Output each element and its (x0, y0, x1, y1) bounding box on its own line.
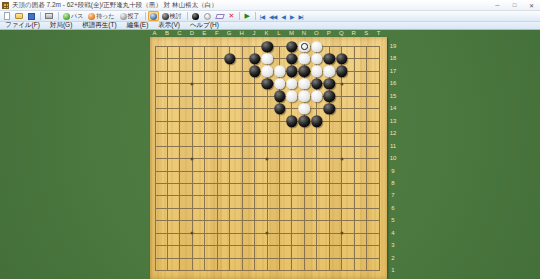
undo-move-icon (88, 13, 95, 20)
nav-back10-button[interactable]: ◀◀ (267, 11, 278, 21)
coord-col-C: C (177, 30, 181, 36)
nav-forward-button[interactable]: ▶ (288, 11, 296, 21)
star-point-D10 (191, 157, 194, 160)
grid-hline (155, 171, 380, 172)
coord-row-8: 8 (391, 180, 394, 186)
coord-col-J: J (253, 30, 256, 36)
stone-white-N15 (299, 91, 311, 103)
open-file-icon (15, 13, 23, 19)
stone-black-O13 (311, 115, 323, 127)
star-point-K4 (266, 232, 269, 235)
stone-white-O19 (311, 41, 323, 53)
menu-item-0[interactable]: ファイル(F) (0, 22, 45, 29)
stone-white-N18 (299, 53, 311, 65)
stone-black-P14 (324, 103, 336, 115)
new-file-icon (4, 12, 10, 20)
nav-forward-icon: ▶ (290, 13, 294, 20)
black-stone-button[interactable] (190, 11, 201, 21)
nav-first-icon: |◀ (260, 13, 264, 20)
coord-row-6: 6 (391, 205, 394, 211)
star-point-Q16 (340, 82, 343, 85)
stone-toggle-button[interactable] (148, 11, 159, 21)
star-point-D4 (191, 232, 194, 235)
grid-vline (354, 46, 355, 271)
grid-hline (155, 208, 380, 209)
coord-row-3: 3 (391, 242, 394, 248)
stone-black-N13 (299, 115, 311, 127)
board-area: ABCDEFGHJKLMNOPQRST191817161514131211109… (0, 30, 540, 279)
white-stone-icon (204, 13, 211, 20)
stone-white-O15 (311, 91, 323, 103)
close-button[interactable]: ✕ (523, 0, 540, 10)
save-icon (28, 13, 35, 20)
coord-row-5: 5 (391, 217, 394, 223)
coord-row-13: 13 (390, 118, 397, 124)
resign-button[interactable]: 投了 (118, 11, 142, 21)
stone-white-M15 (286, 91, 298, 103)
coord-row-10: 10 (390, 155, 397, 161)
coord-row-16: 16 (390, 80, 397, 86)
play-button[interactable]: ▶ (242, 11, 251, 21)
star-point-K10 (266, 157, 269, 160)
coord-col-O: O (314, 30, 319, 36)
star-point-Q4 (340, 232, 343, 235)
undo-move-button[interactable]: 待った (86, 11, 116, 21)
stone-black-N17 (299, 66, 311, 78)
coord-row-11: 11 (390, 143, 396, 149)
star-point-D16 (191, 82, 194, 85)
nav-last-button[interactable]: ▶| (297, 11, 305, 21)
analysis-icon (162, 13, 169, 20)
grid-hline (155, 270, 380, 271)
new-file-button[interactable] (2, 11, 12, 21)
stone-white-K18 (261, 53, 273, 65)
menu-item-3[interactable]: 編集(E) (122, 22, 154, 29)
delete-button[interactable]: ✕ (227, 11, 237, 21)
menu-item-4[interactable]: 表示(V) (153, 22, 185, 29)
grid-hline (155, 220, 380, 221)
stone-black-M13 (286, 115, 298, 127)
menu-item-2[interactable]: 棋譜再生(T) (77, 22, 121, 29)
coord-row-17: 17 (390, 68, 397, 74)
print-button[interactable] (43, 11, 55, 21)
resign-icon (120, 13, 127, 20)
coord-row-14: 14 (390, 105, 397, 111)
stone-black-P18 (324, 53, 336, 65)
coord-row-19: 19 (390, 43, 397, 49)
coord-col-S: S (364, 30, 368, 36)
last-move-marker (301, 43, 308, 50)
nav-back10-icon: ◀◀ (269, 13, 276, 20)
stone-black-L14 (274, 103, 286, 115)
nav-back-icon: ◀ (281, 13, 285, 20)
coord-row-9: 9 (391, 168, 394, 174)
stone-black-O16 (311, 78, 323, 90)
app-icon (2, 2, 9, 9)
grid-hline (155, 195, 380, 196)
stone-black-M18 (286, 53, 298, 65)
pass-icon (63, 13, 70, 20)
toolbar-separator (58, 12, 59, 20)
nav-last-icon: ▶| (299, 13, 303, 20)
eraser-button[interactable] (214, 11, 226, 21)
stone-black-J17 (249, 66, 261, 78)
analysis-button[interactable]: 検討 (160, 11, 184, 21)
toolbar-separator (255, 12, 256, 20)
resign-button-label: 投了 (128, 12, 140, 21)
stone-white-N16 (299, 78, 311, 90)
menu-item-5[interactable]: ヘルプ(H) (185, 22, 224, 29)
coord-col-N: N (302, 30, 306, 36)
stone-white-M16 (286, 78, 298, 90)
stone-white-L16 (274, 78, 286, 90)
black-stone-icon (192, 13, 199, 20)
window-controls: ─ □ ✕ (489, 0, 540, 10)
save-button[interactable] (26, 11, 37, 21)
grid-vline (366, 46, 367, 271)
undo-move-button-label: 待った (96, 12, 114, 21)
grid-hline (155, 258, 380, 259)
play-icon: ▶ (244, 12, 249, 20)
coord-row-12: 12 (390, 130, 397, 136)
stone-black-K19 (261, 41, 273, 53)
coord-col-F: F (215, 30, 219, 36)
stone-toggle-icon (150, 13, 157, 20)
coord-col-E: E (202, 30, 206, 36)
coord-col-M: M (289, 30, 294, 36)
coord-row-4: 4 (391, 230, 394, 236)
coord-col-Q: Q (339, 30, 344, 36)
stone-white-K17 (261, 66, 273, 78)
coord-row-18: 18 (390, 55, 397, 61)
stone-black-J18 (249, 53, 261, 65)
open-file-button[interactable] (13, 11, 25, 21)
toolbar-separator (145, 12, 146, 20)
stone-white-O18 (311, 53, 323, 65)
stone-black-Q18 (336, 53, 348, 65)
white-stone-button[interactable] (202, 11, 213, 21)
menu-item-1[interactable]: 対局(G) (45, 22, 77, 29)
stone-white-N19 (299, 41, 311, 53)
analysis-button-label: 検討 (170, 12, 182, 21)
nav-first-button[interactable]: |◀ (258, 11, 266, 21)
coord-col-A: A (152, 30, 156, 36)
nav-back-button[interactable]: ◀ (279, 11, 287, 21)
window-title: 天頂の囲碁 7.2m - 62+段戦(全)/正野逢丸十段（黒） 対 林山裕太（白… (12, 1, 489, 10)
grid-vline (379, 46, 380, 271)
delete-icon: ✕ (229, 12, 235, 20)
coord-col-G: G (227, 30, 232, 36)
stone-black-Q17 (336, 66, 348, 78)
coord-col-K: K (265, 30, 269, 36)
coord-col-R: R (352, 30, 356, 36)
coord-col-P: P (327, 30, 331, 36)
grid-hline (155, 245, 380, 246)
app-window: 天頂の囲碁 7.2m - 62+段戦(全)/正野逢丸十段（黒） 対 林山裕太（白… (0, 0, 540, 279)
print-icon (45, 13, 53, 19)
maximize-button[interactable]: □ (506, 0, 523, 10)
stone-black-M19 (286, 41, 298, 53)
stone-white-L17 (274, 66, 286, 78)
grid-hline (155, 183, 380, 184)
title-bar: 天頂の囲碁 7.2m - 62+段戦(全)/正野逢丸十段（黒） 対 林山裕太（白… (0, 0, 540, 11)
coord-row-7: 7 (391, 192, 394, 198)
stone-white-P17 (324, 66, 336, 78)
stone-black-L15 (274, 91, 286, 103)
toolbar-separator (40, 12, 41, 20)
stone-black-P16 (324, 78, 336, 90)
coord-row-2: 2 (391, 255, 394, 261)
toolbar-separator (187, 12, 188, 20)
stone-white-N14 (299, 103, 311, 115)
stone-black-G18 (224, 53, 236, 65)
coord-col-D: D (190, 30, 194, 36)
minimize-button[interactable]: ─ (489, 0, 506, 10)
stone-white-O17 (311, 66, 323, 78)
stone-black-P15 (324, 91, 336, 103)
coord-col-T: T (377, 30, 381, 36)
coord-col-B: B (165, 30, 169, 36)
menu-bar: ファイル(F)対局(G)棋譜再生(T)編集(E)表示(V)ヘルプ(H) (0, 22, 540, 30)
toolbar-separator (239, 12, 240, 20)
star-point-Q10 (340, 157, 343, 160)
stone-black-K16 (261, 78, 273, 90)
toolbar: パス待った投了検討✕▶|◀◀◀◀▶▶| (0, 11, 540, 22)
pass-button[interactable]: パス (61, 11, 85, 21)
coord-col-L: L (277, 30, 280, 36)
coord-row-1: 1 (391, 267, 394, 273)
stone-black-M17 (286, 66, 298, 78)
coord-row-15: 15 (390, 93, 397, 99)
pass-button-label: パス (71, 12, 83, 21)
eraser-icon (215, 14, 225, 19)
coord-col-H: H (239, 30, 243, 36)
